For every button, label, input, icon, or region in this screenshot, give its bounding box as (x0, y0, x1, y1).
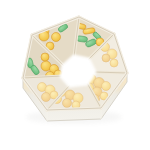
pill-yellow-round (41, 53, 49, 61)
photo-canvas (0, 0, 150, 150)
pill-yellow-round (52, 33, 61, 42)
pill-organizer-photo (0, 0, 150, 150)
